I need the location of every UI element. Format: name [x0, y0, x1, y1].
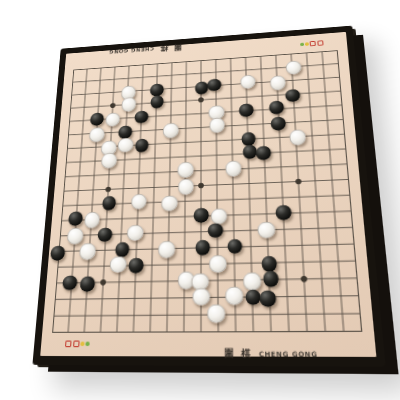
black-stone — [208, 223, 223, 238]
logo-green-dot-icon — [301, 43, 305, 46]
white-stone — [225, 160, 242, 176]
white-stone — [131, 193, 148, 209]
white-stone — [211, 208, 228, 225]
white-stone — [163, 123, 179, 139]
white-stone — [209, 117, 225, 133]
brand-english: CHENG GONG — [259, 350, 318, 358]
white-stone — [289, 129, 307, 145]
black-stone — [80, 277, 95, 292]
white-stone — [117, 137, 133, 153]
black-stone — [256, 146, 271, 160]
logo-green-dot-icon — [85, 342, 89, 346]
white-stone — [105, 112, 121, 127]
white-stone — [207, 305, 225, 324]
black-stone — [102, 196, 117, 210]
white-stone — [225, 286, 243, 304]
logo-red-square-icon — [65, 341, 72, 348]
black-stone — [135, 139, 149, 153]
black-stone — [260, 290, 277, 306]
black-stone — [62, 275, 77, 290]
black-stone — [90, 112, 104, 125]
logo-red-square-icon — [310, 41, 316, 46]
black-stone — [285, 89, 300, 103]
black-stone — [97, 227, 112, 242]
stones-layer — [52, 50, 362, 333]
black-stone — [263, 271, 279, 287]
brand-text: 圍 棋 CHENG GONG — [224, 339, 318, 362]
white-stone — [240, 74, 256, 89]
black-stone — [261, 256, 277, 272]
white-stone — [178, 179, 194, 195]
black-stone — [239, 103, 254, 117]
go-board: 圍 棋 CHENG GONG 圍 棋 — [32, 26, 385, 367]
product-photo: 圍 棋 CHENG GONG 圍 棋 — [0, 0, 400, 400]
logo-red-square-icon — [317, 40, 323, 45]
logo-red-square-icon — [73, 341, 80, 348]
white-stone — [192, 288, 210, 306]
white-stone — [89, 127, 105, 142]
white-stone — [101, 153, 117, 169]
logo-yellow-dot-icon — [80, 342, 84, 346]
white-stone — [158, 241, 175, 258]
black-stone — [150, 95, 164, 108]
black-stone — [195, 240, 210, 255]
black-stone — [271, 117, 286, 131]
white-stone — [110, 256, 127, 273]
white-stone — [127, 225, 144, 242]
black-stone — [227, 238, 243, 253]
black-stone — [150, 84, 164, 97]
brand-text: 圍 棋 CHENG GONG — [108, 42, 182, 63]
black-stone — [128, 258, 143, 273]
black-stone — [50, 246, 65, 261]
brand-logo-icon — [65, 341, 89, 348]
black-stone — [241, 132, 256, 146]
brand-row-bottom: 圍 棋 CHENG GONG — [48, 338, 366, 354]
white-stone — [161, 195, 178, 212]
brand-logo-icon — [301, 40, 324, 47]
white-stone — [270, 75, 287, 90]
brand-chinese: 圍 棋 — [224, 347, 253, 359]
board-grid — [52, 50, 362, 333]
black-stone — [134, 110, 148, 123]
black-stone — [269, 101, 284, 115]
black-stone — [275, 205, 291, 220]
white-stone — [84, 211, 101, 228]
black-stone — [68, 212, 83, 226]
white-stone — [285, 60, 302, 75]
white-stone — [66, 228, 83, 245]
white-stone — [177, 162, 193, 178]
board-surface: 圍 棋 CHENG GONG 圍 棋 — [40, 32, 376, 357]
black-stone — [207, 78, 221, 91]
black-stone — [194, 208, 209, 223]
white-stone — [243, 273, 261, 291]
white-stone — [209, 255, 226, 273]
brand-english: CHENG GONG — [109, 46, 154, 55]
white-stone — [79, 243, 96, 260]
brand-chinese: 圍 棋 — [158, 43, 181, 53]
white-stone — [121, 97, 137, 112]
logo-yellow-dot-icon — [305, 42, 309, 45]
white-stone — [257, 221, 275, 239]
